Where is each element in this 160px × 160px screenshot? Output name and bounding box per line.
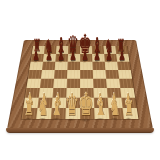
piece-white-bishop-c1[interactable]: ♝	[51, 95, 63, 120]
piece-white-bishop-f1[interactable]: ♝	[94, 95, 106, 120]
piece-black-pawn-d7[interactable]: ♟	[69, 48, 76, 62]
piece-black-pawn-c7[interactable]: ♟	[57, 48, 64, 62]
piece-black-pawn-f7[interactable]: ♟	[94, 48, 101, 62]
piece-black-pawn-e7[interactable]: ♟	[82, 48, 89, 62]
piece-white-rook-a1[interactable]: ♜	[24, 99, 34, 119]
piece-white-rook-h1[interactable]: ♜	[124, 99, 134, 119]
chess-set-photo: ♜♞♝♛♚♝♞♜♟♟♟♟♟♟♟♟♟♟♟♟♟♟♟♟♜♞♝♛♚♝♞♜	[0, 0, 160, 160]
piece-black-pawn-g7[interactable]: ♟	[106, 48, 113, 62]
piece-white-queen-d1[interactable]: ♛	[65, 93, 79, 121]
piece-black-pawn-h7[interactable]: ♟	[118, 48, 125, 62]
pieces-layer: ♜♞♝♛♚♝♞♜♟♟♟♟♟♟♟♟♟♟♟♟♟♟♟♟♜♞♝♛♚♝♞♜	[0, 0, 160, 160]
piece-black-pawn-b7[interactable]: ♟	[45, 48, 52, 62]
piece-white-king-e1[interactable]: ♚	[78, 89, 94, 121]
piece-black-pawn-a7[interactable]: ♟	[33, 48, 40, 62]
piece-white-knight-b1[interactable]: ♞	[38, 97, 49, 119]
piece-white-knight-g1[interactable]: ♞	[110, 97, 121, 119]
